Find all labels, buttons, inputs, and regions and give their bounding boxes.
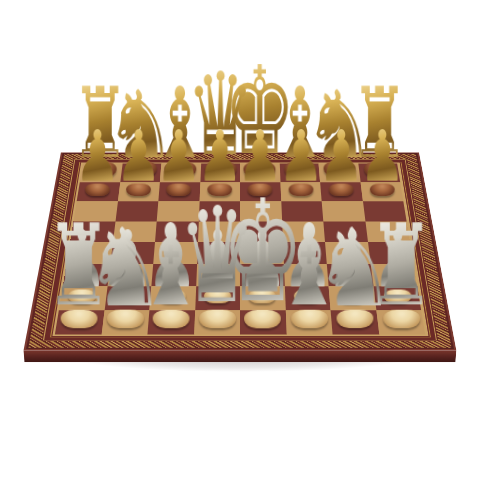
square-g1[interactable]: ♞ [331,310,379,335]
piece-silver-knight[interactable]: ♞ [307,217,404,329]
piece-silver-knight[interactable]: ♞ [76,217,173,329]
board-front-edge [24,350,457,362]
square-h7[interactable]: ♟ [360,182,403,201]
pawn-glyph: ♟ [359,122,405,189]
knight-glyph: ♞ [84,217,167,320]
piece-gold-pawn[interactable]: ♟ [350,122,413,196]
squares-grid: ♜♞♝♛♚♝♞♜♟♟♟♟♟♟♟♟♟♟♟♟♟♟♟♟♜♞♝♛♚♝♞♜ [55,163,425,334]
chess-board: ♜♞♝♛♚♝♞♜♟♟♟♟♟♟♟♟♟♟♟♟♟♟♟♟♜♞♝♛♚♝♞♜ [24,152,457,350]
product-photo: ♜♞♝♛♚♝♞♜♟♟♟♟♟♟♟♟♟♟♟♟♟♟♟♟♜♞♝♛♚♝♞♜ [0,0,480,480]
square-b1[interactable]: ♞ [101,310,149,335]
piece-silver-queen[interactable]: ♛ [158,194,276,328]
page: { "game": "chess", "scene_description": … [0,0,480,480]
queen-glyph: ♛ [178,194,256,319]
knight-glyph: ♞ [314,217,397,320]
square-d1[interactable]: ♛ [194,310,240,335]
